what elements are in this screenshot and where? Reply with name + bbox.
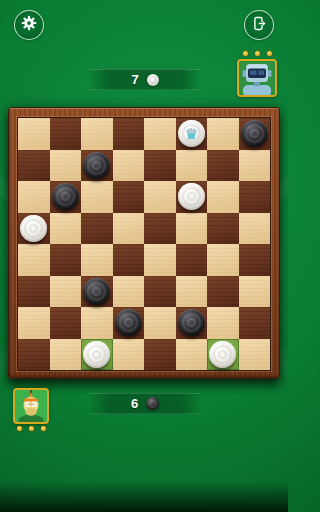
player-score: 6 — [131, 396, 138, 411]
white-piece[interactable] — [178, 183, 205, 210]
board-square[interactable] — [239, 118, 271, 150]
board-grid: ♛ — [18, 118, 270, 370]
board-square[interactable] — [113, 150, 145, 182]
board-square[interactable] — [18, 213, 50, 245]
white-piece[interactable] — [20, 215, 47, 242]
gear-icon — [20, 14, 38, 36]
player-score-bar: 6 — [89, 393, 201, 414]
black-piece[interactable] — [241, 120, 268, 147]
logout-icon — [251, 15, 268, 36]
checkers-app-screen: { "game": "checkers", "topbar": { "setti… — [0, 0, 288, 512]
king-crown-icon: ♛ — [185, 126, 198, 141]
board-square[interactable] — [144, 150, 176, 182]
board-square[interactable] — [50, 244, 82, 276]
board-square[interactable] — [144, 307, 176, 339]
board-square[interactable] — [239, 213, 271, 245]
board-square[interactable] — [144, 118, 176, 150]
board-square[interactable] — [18, 181, 50, 213]
board-square[interactable] — [50, 307, 82, 339]
board-square[interactable] — [81, 244, 113, 276]
black-piece[interactable] — [83, 152, 110, 179]
board-square[interactable] — [207, 213, 239, 245]
black-piece[interactable] — [52, 183, 79, 210]
exit-button[interactable] — [244, 10, 274, 40]
board-square[interactable] — [239, 276, 271, 308]
player-avatar — [13, 388, 49, 424]
status-dot — [29, 426, 34, 431]
black-piece[interactable] — [178, 309, 205, 336]
board-square[interactable] — [144, 276, 176, 308]
opponent-avatar — [237, 59, 277, 97]
board-square[interactable] — [207, 339, 239, 371]
board-square[interactable] — [113, 181, 145, 213]
board-square[interactable] — [239, 244, 271, 276]
board-square[interactable] — [18, 118, 50, 150]
board-square[interactable] — [81, 307, 113, 339]
board-square[interactable] — [144, 181, 176, 213]
white-king-piece[interactable]: ♛ — [178, 120, 205, 147]
board-square[interactable] — [50, 118, 82, 150]
board-square[interactable] — [207, 307, 239, 339]
settings-button[interactable] — [14, 10, 44, 40]
status-dot — [255, 51, 260, 56]
board-square[interactable] — [176, 307, 208, 339]
board-square[interactable] — [81, 213, 113, 245]
board-square[interactable] — [18, 244, 50, 276]
board-square[interactable] — [50, 276, 82, 308]
board-square[interactable] — [176, 276, 208, 308]
board-square[interactable] — [207, 181, 239, 213]
board-square[interactable] — [207, 276, 239, 308]
opponent-status-dots — [237, 51, 277, 56]
board-square[interactable] — [113, 339, 145, 371]
board-square[interactable] — [18, 276, 50, 308]
status-dot — [243, 51, 248, 56]
board-square[interactable] — [144, 339, 176, 371]
board-square[interactable]: ♛ — [176, 118, 208, 150]
robot-icon — [239, 81, 275, 97]
board-square[interactable] — [207, 118, 239, 150]
board-square[interactable] — [176, 244, 208, 276]
checkers-board: ♛ — [8, 107, 280, 379]
white-piece[interactable] — [209, 341, 236, 368]
board-square[interactable] — [50, 213, 82, 245]
board-square[interactable] — [144, 244, 176, 276]
board-square[interactable] — [50, 339, 82, 371]
board-square[interactable] — [113, 244, 145, 276]
board-square[interactable] — [50, 181, 82, 213]
white-piece[interactable] — [83, 341, 110, 368]
board-square[interactable] — [113, 213, 145, 245]
status-dot — [41, 426, 46, 431]
board-square[interactable] — [176, 181, 208, 213]
board-square[interactable] — [207, 150, 239, 182]
board-square[interactable] — [18, 307, 50, 339]
black-piece-icon — [146, 397, 159, 410]
board-square[interactable] — [81, 276, 113, 308]
board-square[interactable] — [18, 150, 50, 182]
board-square[interactable] — [207, 244, 239, 276]
board-square[interactable] — [81, 339, 113, 371]
board-square[interactable] — [113, 307, 145, 339]
board-square[interactable] — [176, 150, 208, 182]
board-square[interactable] — [81, 181, 113, 213]
board-square[interactable] — [50, 150, 82, 182]
board-square[interactable] — [176, 339, 208, 371]
opponent-score-bar: 7 — [89, 69, 201, 90]
board-square[interactable] — [239, 150, 271, 182]
player-status-dots — [13, 426, 49, 431]
opponent-score: 7 — [131, 72, 138, 87]
board-square[interactable] — [144, 213, 176, 245]
board-square[interactable] — [81, 118, 113, 150]
status-dot — [267, 51, 272, 56]
status-dot — [17, 426, 22, 431]
board-square[interactable] — [239, 339, 271, 371]
black-piece[interactable] — [115, 309, 142, 336]
black-piece[interactable] — [83, 278, 110, 305]
board-square[interactable] — [113, 276, 145, 308]
board-square[interactable] — [113, 118, 145, 150]
board-square[interactable] — [239, 181, 271, 213]
board-square[interactable] — [239, 307, 271, 339]
board-square[interactable] — [18, 339, 50, 371]
punk-man-icon — [15, 408, 47, 424]
white-piece-icon — [147, 74, 159, 86]
board-square[interactable] — [176, 213, 208, 245]
board-square[interactable] — [81, 150, 113, 182]
